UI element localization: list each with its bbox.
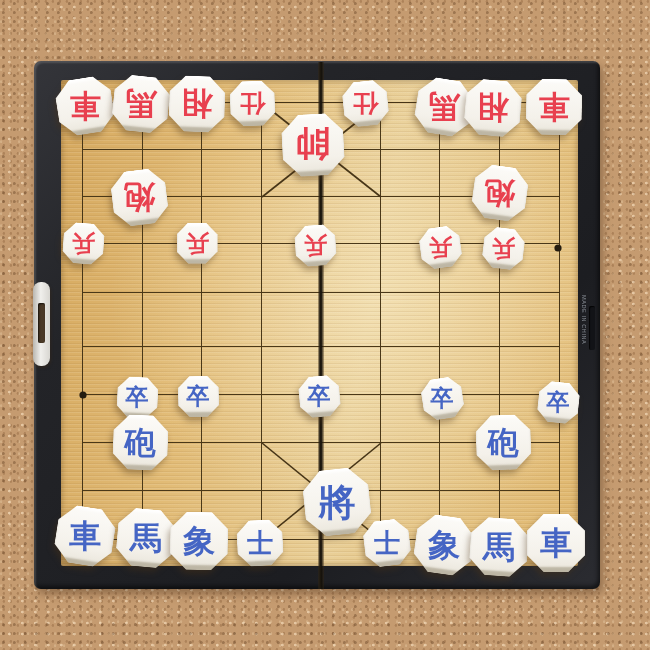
- piece-character: 兵: [295, 225, 336, 266]
- piece-character: 士: [364, 520, 410, 566]
- piece-character: 兵: [483, 228, 524, 269]
- piece-blue-elephant[interactable]: 象: [415, 516, 473, 574]
- piece-character: 象: [415, 516, 473, 574]
- piece-blue-chariot[interactable]: 車: [527, 514, 585, 572]
- piece-red-soldier[interactable]: 兵: [295, 225, 336, 266]
- piece-blue-soldier[interactable]: 卒: [117, 377, 158, 418]
- piece-character: 相: [169, 76, 225, 132]
- piece-character: 馬: [416, 79, 472, 135]
- latch-clasp-slot: [38, 303, 45, 343]
- piece-red-elephant[interactable]: 相: [169, 76, 225, 132]
- piece-character: 車: [56, 507, 114, 565]
- piece-character: 炮: [473, 166, 527, 220]
- made-in-china-label: MADE IN CHINA: [581, 295, 587, 355]
- piece-character: 砲: [113, 415, 168, 470]
- piece-character: 馬: [113, 76, 169, 132]
- piece-red-cannon[interactable]: 炮: [473, 166, 527, 220]
- piece-red-advisor[interactable]: 仕: [230, 81, 275, 126]
- piece-character: 卒: [299, 376, 340, 417]
- board-cell: [143, 293, 203, 347]
- piece-red-chariot[interactable]: 車: [57, 78, 113, 134]
- piece-character: 車: [527, 514, 585, 572]
- piece-blue-soldier[interactable]: 卒: [299, 376, 340, 417]
- piece-blue-soldier[interactable]: 卒: [422, 378, 463, 419]
- piece-blue-cannon[interactable]: 砲: [476, 415, 531, 470]
- piece-blue-horse[interactable]: 馬: [470, 518, 528, 576]
- piece-character: 卒: [178, 376, 219, 417]
- board-cell: [440, 293, 500, 347]
- board-cell: [262, 293, 322, 347]
- board-cell: [500, 293, 560, 347]
- piece-blue-soldier[interactable]: 卒: [178, 376, 219, 417]
- piece-character: 車: [57, 78, 113, 134]
- piece-blue-chariot[interactable]: 車: [56, 507, 114, 565]
- piece-character: 兵: [420, 227, 461, 268]
- piece-character: 象: [170, 512, 228, 570]
- piece-character: 帥: [282, 114, 344, 176]
- piece-blue-advisor[interactable]: 士: [364, 520, 410, 566]
- piece-blue-general[interactable]: 將: [304, 469, 370, 535]
- board-cell: [321, 293, 381, 347]
- piece-blue-elephant[interactable]: 象: [170, 512, 228, 570]
- piece-red-elephant[interactable]: 相: [465, 80, 521, 136]
- piece-character: 兵: [63, 223, 104, 264]
- cork-table-background: MADE IN CHINA 車馬相仕仕馬相車帥炮炮兵兵兵兵兵卒卒卒卒卒砲砲將車馬…: [0, 0, 650, 650]
- piece-red-general[interactable]: 帥: [282, 114, 344, 176]
- piece-red-horse[interactable]: 馬: [113, 76, 169, 132]
- board-cell: [202, 293, 262, 347]
- frame-latch-slot: [589, 306, 595, 350]
- piece-red-cannon[interactable]: 炮: [112, 170, 167, 225]
- piece-character: 炮: [112, 170, 167, 225]
- piece-red-advisor[interactable]: 仕: [343, 81, 388, 126]
- piece-blue-soldier[interactable]: 卒: [538, 382, 579, 423]
- piece-character: 將: [304, 469, 370, 535]
- piece-red-soldier[interactable]: 兵: [420, 227, 461, 268]
- piece-character: 卒: [422, 378, 463, 419]
- piece-character: 馬: [470, 518, 528, 576]
- piece-character: 相: [465, 80, 521, 136]
- latch-clasp: [33, 282, 50, 366]
- board-cell: [202, 150, 262, 197]
- board-cell: [381, 150, 441, 197]
- piece-character: 卒: [117, 377, 158, 418]
- piece-character: 兵: [177, 223, 218, 264]
- piece-character: 士: [237, 520, 283, 566]
- piece-red-soldier[interactable]: 兵: [483, 228, 524, 269]
- piece-character: 仕: [343, 81, 388, 126]
- board-cell: [83, 293, 143, 347]
- piece-character: 車: [526, 79, 582, 135]
- board-cell: [381, 443, 441, 491]
- board-cell: [202, 443, 262, 491]
- piece-blue-horse[interactable]: 馬: [117, 509, 175, 567]
- piece-red-soldier[interactable]: 兵: [177, 223, 218, 264]
- piece-character: 仕: [230, 81, 275, 126]
- piece-red-horse[interactable]: 馬: [416, 79, 472, 135]
- piece-character: 卒: [538, 382, 579, 423]
- piece-character: 馬: [117, 509, 175, 567]
- piece-red-soldier[interactable]: 兵: [63, 223, 104, 264]
- piece-blue-advisor[interactable]: 士: [237, 520, 283, 566]
- piece-red-chariot[interactable]: 車: [526, 79, 582, 135]
- piece-blue-cannon[interactable]: 砲: [113, 415, 168, 470]
- piece-character: 砲: [476, 415, 531, 470]
- board-cell: [381, 293, 441, 347]
